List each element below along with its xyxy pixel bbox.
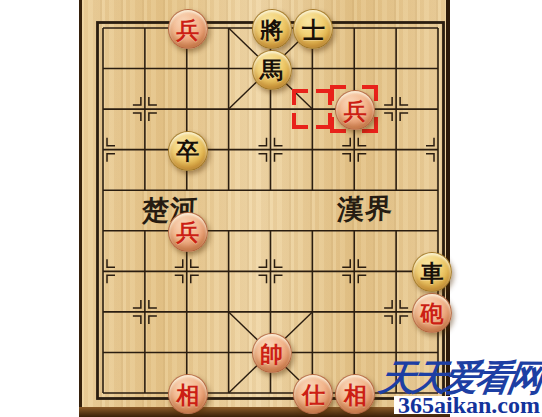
bracket-corner — [292, 113, 308, 129]
piece-red-elephant-b[interactable]: 相 — [335, 374, 375, 414]
piece-black-general[interactable]: 將 — [252, 9, 292, 49]
piece-character: 兵 — [176, 220, 199, 243]
xiangqi-app: 楚河 漢界 兵將士馬兵卒兵車砲帥相仕相 天天爱看网 365aikan.com — [0, 0, 542, 417]
piece-red-general[interactable]: 帥 — [252, 333, 292, 373]
piece-character: 將 — [260, 18, 283, 41]
piece-character: 車 — [421, 261, 444, 284]
watermark-site-name: 天天爱看网 — [377, 359, 542, 395]
piece-red-cannon[interactable]: 砲 — [412, 293, 452, 333]
piece-character: 仕 — [302, 383, 325, 406]
piece-character: 士 — [302, 18, 325, 41]
piece-character: 卒 — [176, 139, 199, 162]
piece-red-soldier-c[interactable]: 兵 — [168, 212, 208, 252]
piece-character: 砲 — [421, 301, 444, 324]
piece-red-elephant-a[interactable]: 相 — [168, 374, 208, 414]
piece-black-horse[interactable]: 馬 — [252, 50, 292, 90]
bracket-corner — [292, 89, 308, 105]
piece-character: 馬 — [260, 58, 283, 81]
piece-character: 相 — [176, 383, 199, 406]
watermark: 天天爱看网 365aikan.com — [380, 359, 542, 417]
last-move-from-marker — [292, 89, 332, 129]
piece-character: 相 — [344, 383, 367, 406]
piece-black-soldier[interactable]: 卒 — [168, 131, 208, 171]
watermark-site-url: 365aikan.com — [394, 396, 542, 414]
piece-character: 兵 — [344, 99, 367, 122]
piece-character: 兵 — [176, 18, 199, 41]
river-label-han-jie: 漢界 — [336, 190, 393, 228]
piece-red-soldier-a[interactable]: 兵 — [168, 9, 208, 49]
piece-character: 帥 — [260, 342, 283, 365]
